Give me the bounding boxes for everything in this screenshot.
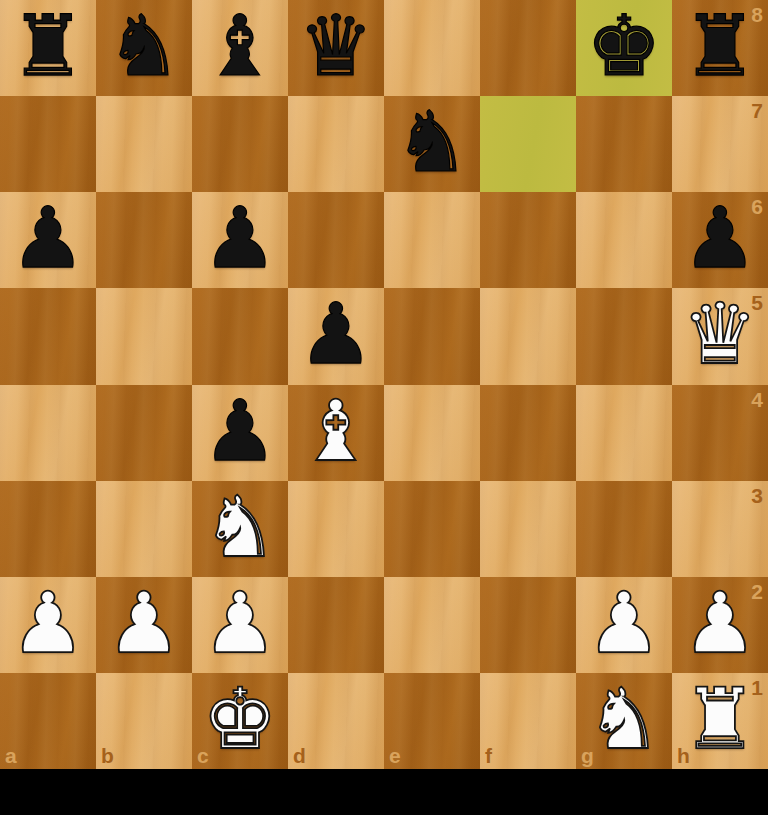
square-e7[interactable]: ♞ — [384, 96, 480, 192]
square-g7[interactable] — [576, 96, 672, 192]
chess-board: ♜♞♝♛♚8♜♞7♟♟6♟♟5♛♟♝4♞3♟♟♟♟2♟abc♚defg♞1h♜ — [0, 0, 768, 769]
piece-black-pawn[interactable]: ♟ — [202, 196, 277, 280]
square-g8[interactable]: ♚ — [576, 0, 672, 96]
square-b5[interactable] — [96, 288, 192, 384]
square-c4[interactable]: ♟ — [192, 385, 288, 481]
square-f2[interactable] — [480, 577, 576, 673]
piece-white-pawn[interactable]: ♟ — [586, 581, 661, 665]
piece-white-pawn[interactable]: ♟ — [106, 581, 181, 665]
piece-white-pawn[interactable]: ♟ — [202, 581, 277, 665]
square-a5[interactable] — [0, 288, 96, 384]
square-a8[interactable]: ♜ — [0, 0, 96, 96]
square-g6[interactable] — [576, 192, 672, 288]
square-f5[interactable] — [480, 288, 576, 384]
rank-label-7: 7 — [751, 100, 763, 121]
square-b6[interactable] — [96, 192, 192, 288]
square-h8[interactable]: 8♜ — [672, 0, 768, 96]
square-f1[interactable]: f — [480, 673, 576, 769]
square-a4[interactable] — [0, 385, 96, 481]
square-a1[interactable]: a — [0, 673, 96, 769]
square-c1[interactable]: c♚ — [192, 673, 288, 769]
square-c7[interactable] — [192, 96, 288, 192]
square-g1[interactable]: g♞ — [576, 673, 672, 769]
square-h2[interactable]: 2♟ — [672, 577, 768, 673]
bottom-bar — [0, 769, 768, 815]
file-label-b: b — [101, 745, 114, 766]
square-c8[interactable]: ♝ — [192, 0, 288, 96]
square-h4[interactable]: 4 — [672, 385, 768, 481]
square-e1[interactable]: e — [384, 673, 480, 769]
rank-label-4: 4 — [751, 389, 763, 410]
file-label-a: a — [5, 745, 17, 766]
square-h3[interactable]: 3 — [672, 481, 768, 577]
square-c6[interactable]: ♟ — [192, 192, 288, 288]
square-a2[interactable]: ♟ — [0, 577, 96, 673]
piece-white-rook[interactable]: ♜ — [682, 677, 757, 761]
square-d8[interactable]: ♛ — [288, 0, 384, 96]
square-g5[interactable] — [576, 288, 672, 384]
piece-black-rook[interactable]: ♜ — [10, 4, 85, 88]
piece-black-pawn[interactable]: ♟ — [10, 196, 85, 280]
piece-black-pawn[interactable]: ♟ — [202, 389, 277, 473]
square-e4[interactable] — [384, 385, 480, 481]
square-d3[interactable] — [288, 481, 384, 577]
piece-black-knight[interactable]: ♞ — [394, 100, 469, 184]
square-b3[interactable] — [96, 481, 192, 577]
piece-white-pawn[interactable]: ♟ — [10, 581, 85, 665]
file-label-d: d — [293, 745, 306, 766]
square-b4[interactable] — [96, 385, 192, 481]
piece-black-king[interactable]: ♚ — [586, 4, 661, 88]
square-f6[interactable] — [480, 192, 576, 288]
file-label-f: f — [485, 745, 492, 766]
square-c5[interactable] — [192, 288, 288, 384]
square-b2[interactable]: ♟ — [96, 577, 192, 673]
square-h5[interactable]: 5♛ — [672, 288, 768, 384]
square-f7[interactable] — [480, 96, 576, 192]
square-d4[interactable]: ♝ — [288, 385, 384, 481]
piece-black-knight[interactable]: ♞ — [106, 4, 181, 88]
square-g4[interactable] — [576, 385, 672, 481]
square-c3[interactable]: ♞ — [192, 481, 288, 577]
square-g2[interactable]: ♟ — [576, 577, 672, 673]
piece-white-knight[interactable]: ♞ — [202, 485, 277, 569]
square-e5[interactable] — [384, 288, 480, 384]
square-d2[interactable] — [288, 577, 384, 673]
file-label-e: e — [389, 745, 401, 766]
square-h6[interactable]: 6♟ — [672, 192, 768, 288]
piece-white-pawn[interactable]: ♟ — [682, 581, 757, 665]
square-a6[interactable]: ♟ — [0, 192, 96, 288]
square-h1[interactable]: 1h♜ — [672, 673, 768, 769]
square-d1[interactable]: d — [288, 673, 384, 769]
square-e3[interactable] — [384, 481, 480, 577]
square-d7[interactable] — [288, 96, 384, 192]
piece-black-bishop[interactable]: ♝ — [202, 4, 277, 88]
square-e8[interactable] — [384, 0, 480, 96]
square-g3[interactable] — [576, 481, 672, 577]
piece-black-pawn[interactable]: ♟ — [298, 292, 373, 376]
piece-black-pawn[interactable]: ♟ — [682, 196, 757, 280]
square-h7[interactable]: 7 — [672, 96, 768, 192]
piece-black-queen[interactable]: ♛ — [298, 4, 373, 88]
chess-app-screen: ♜♞♝♛♚8♜♞7♟♟6♟♟5♛♟♝4♞3♟♟♟♟2♟abc♚defg♞1h♜ — [0, 0, 768, 815]
piece-black-rook[interactable]: ♜ — [682, 4, 757, 88]
square-b7[interactable] — [96, 96, 192, 192]
square-f3[interactable] — [480, 481, 576, 577]
rank-label-3: 3 — [751, 485, 763, 506]
square-c2[interactable]: ♟ — [192, 577, 288, 673]
piece-white-knight[interactable]: ♞ — [586, 677, 661, 761]
square-f8[interactable] — [480, 0, 576, 96]
square-b1[interactable]: b — [96, 673, 192, 769]
piece-white-king[interactable]: ♚ — [202, 677, 277, 761]
square-b8[interactable]: ♞ — [96, 0, 192, 96]
square-a7[interactable] — [0, 96, 96, 192]
piece-white-bishop[interactable]: ♝ — [298, 389, 373, 473]
square-e6[interactable] — [384, 192, 480, 288]
square-d5[interactable]: ♟ — [288, 288, 384, 384]
square-a3[interactable] — [0, 481, 96, 577]
square-d6[interactable] — [288, 192, 384, 288]
piece-white-queen[interactable]: ♛ — [682, 292, 757, 376]
square-f4[interactable] — [480, 385, 576, 481]
square-e2[interactable] — [384, 577, 480, 673]
